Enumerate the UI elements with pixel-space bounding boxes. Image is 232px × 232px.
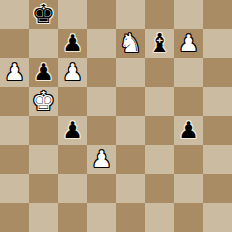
square-b3[interactable] <box>29 145 58 174</box>
square-h1[interactable] <box>203 203 232 232</box>
square-g7[interactable]: ♟ <box>174 29 203 58</box>
square-h8[interactable] <box>203 0 232 29</box>
piece-white-pawn[interactable]: ♟ <box>91 145 112 174</box>
square-a1[interactable] <box>0 203 29 232</box>
square-c1[interactable] <box>58 203 87 232</box>
square-a8[interactable] <box>0 0 29 29</box>
square-a7[interactable] <box>0 29 29 58</box>
square-c2[interactable] <box>58 174 87 203</box>
piece-white-knight[interactable]: ♞ <box>119 29 142 58</box>
square-g1[interactable] <box>174 203 203 232</box>
square-a6[interactable]: ♟ <box>0 58 29 87</box>
piece-white-pawn[interactable]: ♟ <box>62 58 83 87</box>
square-a3[interactable] <box>0 145 29 174</box>
piece-black-pawn[interactable]: ♟ <box>62 29 83 58</box>
square-f6[interactable] <box>145 58 174 87</box>
square-h6[interactable] <box>203 58 232 87</box>
square-g6[interactable] <box>174 58 203 87</box>
piece-white-king[interactable]: ♚ <box>32 87 55 116</box>
square-c3[interactable] <box>58 145 87 174</box>
square-a2[interactable] <box>0 174 29 203</box>
square-d8[interactable] <box>87 0 116 29</box>
square-b5[interactable]: ♚ <box>29 87 58 116</box>
square-h3[interactable] <box>203 145 232 174</box>
square-d4[interactable] <box>87 116 116 145</box>
square-e2[interactable] <box>116 174 145 203</box>
square-e7[interactable]: ♞ <box>116 29 145 58</box>
square-b7[interactable] <box>29 29 58 58</box>
square-c4[interactable]: ♟ <box>58 116 87 145</box>
square-g5[interactable] <box>174 87 203 116</box>
square-c8[interactable] <box>58 0 87 29</box>
square-g8[interactable] <box>174 0 203 29</box>
square-e4[interactable] <box>116 116 145 145</box>
piece-black-pawn[interactable]: ♟ <box>178 116 199 145</box>
square-f7[interactable]: ♝ <box>145 29 174 58</box>
square-d3[interactable]: ♟ <box>87 145 116 174</box>
square-b1[interactable] <box>29 203 58 232</box>
piece-black-pawn[interactable]: ♟ <box>33 58 54 87</box>
piece-black-bishop[interactable]: ♝ <box>148 29 171 58</box>
square-g2[interactable] <box>174 174 203 203</box>
piece-black-pawn[interactable]: ♟ <box>62 116 83 145</box>
square-d5[interactable] <box>87 87 116 116</box>
square-f5[interactable] <box>145 87 174 116</box>
chess-board: ♚♟♞♝♟♟♟♟♚♟♟♟ <box>0 0 232 232</box>
square-a4[interactable] <box>0 116 29 145</box>
piece-black-king[interactable]: ♚ <box>32 0 55 29</box>
square-e3[interactable] <box>116 145 145 174</box>
square-f3[interactable] <box>145 145 174 174</box>
square-f2[interactable] <box>145 174 174 203</box>
square-d6[interactable] <box>87 58 116 87</box>
square-e1[interactable] <box>116 203 145 232</box>
square-e8[interactable] <box>116 0 145 29</box>
square-a5[interactable] <box>0 87 29 116</box>
square-g4[interactable]: ♟ <box>174 116 203 145</box>
square-b8[interactable]: ♚ <box>29 0 58 29</box>
square-c5[interactable] <box>58 87 87 116</box>
piece-white-pawn[interactable]: ♟ <box>4 58 25 87</box>
square-c6[interactable]: ♟ <box>58 58 87 87</box>
square-d7[interactable] <box>87 29 116 58</box>
square-f4[interactable] <box>145 116 174 145</box>
square-c7[interactable]: ♟ <box>58 29 87 58</box>
square-h7[interactable] <box>203 29 232 58</box>
square-f1[interactable] <box>145 203 174 232</box>
square-e6[interactable] <box>116 58 145 87</box>
square-h4[interactable] <box>203 116 232 145</box>
square-d1[interactable] <box>87 203 116 232</box>
square-b6[interactable]: ♟ <box>29 58 58 87</box>
square-b2[interactable] <box>29 174 58 203</box>
square-g3[interactable] <box>174 145 203 174</box>
square-e5[interactable] <box>116 87 145 116</box>
square-f8[interactable] <box>145 0 174 29</box>
piece-white-pawn[interactable]: ♟ <box>178 29 199 58</box>
square-h2[interactable] <box>203 174 232 203</box>
square-d2[interactable] <box>87 174 116 203</box>
square-b4[interactable] <box>29 116 58 145</box>
square-h5[interactable] <box>203 87 232 116</box>
